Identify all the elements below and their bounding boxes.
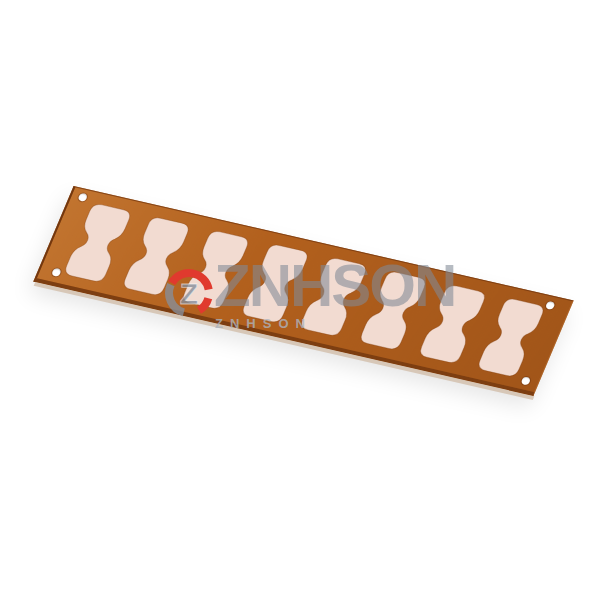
copper-pad bbox=[179, 227, 253, 312]
product-photo-stage: Z ZNHSON ZNHSON bbox=[0, 0, 600, 600]
flex-strip bbox=[33, 186, 573, 396]
copper-pad bbox=[60, 200, 134, 285]
copper-pad bbox=[356, 268, 430, 353]
copper-pad bbox=[297, 254, 371, 339]
copper-pad bbox=[238, 241, 312, 326]
copper-pad bbox=[119, 214, 193, 299]
copper-pad bbox=[415, 281, 489, 366]
pad-row bbox=[37, 187, 572, 392]
copper-pad bbox=[474, 295, 548, 380]
